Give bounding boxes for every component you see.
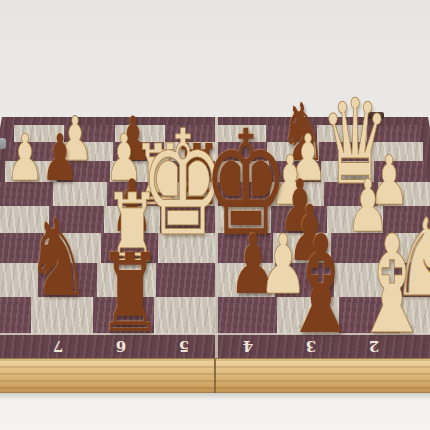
dark-knight[interactable]: ♞: [26, 204, 90, 312]
pieces-layer: ♟♟♞♟♟♟♟♛♜♜♟♟♟♚♚♟♟♜♟♞♟♟♞♜♝♝: [0, 0, 430, 430]
dark-bishop[interactable]: ♝: [281, 218, 361, 354]
dark-rook[interactable]: ♜: [98, 240, 162, 349]
dark-pawn[interactable]: ♟: [41, 126, 79, 190]
chess-set-photo: 765432 ♟♟♞♟♟♟♟♛♜♜♟♟♟♚♚♟♟♜♟♞♟♟♞♜♝♝: [0, 0, 430, 430]
light-pawn[interactable]: ♟: [6, 126, 44, 190]
light-bishop[interactable]: ♝: [352, 218, 430, 354]
